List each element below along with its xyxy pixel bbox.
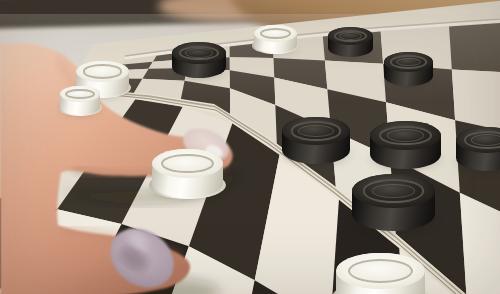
piece-ring-groove: [260, 28, 292, 40]
piece-inner-ring: [471, 134, 500, 145]
piece-ring-groove: [83, 64, 122, 78]
checker-black-f6[interactable]: [370, 121, 441, 169]
checker-white-c4[interactable]: [152, 149, 223, 198]
piece-top: [172, 42, 226, 64]
piece-top: [254, 25, 297, 42]
square-h8[interactable]: [449, 21, 500, 74]
piece-top: [76, 61, 129, 82]
checker-black-g7[interactable]: [384, 52, 433, 86]
piece-top: [370, 121, 441, 150]
piece-ring-groove: [65, 89, 95, 100]
piece-ring-groove: [161, 154, 214, 174]
piece-top: [152, 149, 223, 178]
piece-top: [336, 253, 425, 289]
piece-inner-ring: [339, 32, 362, 40]
checker-white-a7[interactable]: [60, 86, 100, 115]
checker-black-g5[interactable]: [352, 174, 435, 231]
checker-white-e8[interactable]: [254, 25, 297, 53]
piece-top: [60, 86, 100, 102]
piece-inner-ring: [185, 48, 213, 58]
piece-top: [282, 117, 350, 145]
piece-ring-groove: [348, 259, 414, 284]
piece-inner-ring: [387, 129, 424, 142]
checker-white-g4[interactable]: [336, 253, 425, 294]
checkers-photo-scene: [0, 0, 500, 294]
piece-inner-ring: [298, 125, 333, 137]
checker-black-f8[interactable]: [328, 27, 373, 57]
checker-black-b8[interactable]: [172, 42, 226, 78]
piece-top: [352, 174, 435, 208]
piece-top: [384, 52, 433, 72]
piece-top: [328, 27, 373, 45]
checker-black-e5[interactable]: [282, 117, 350, 164]
checker-black-h6[interactable]: [456, 127, 500, 171]
